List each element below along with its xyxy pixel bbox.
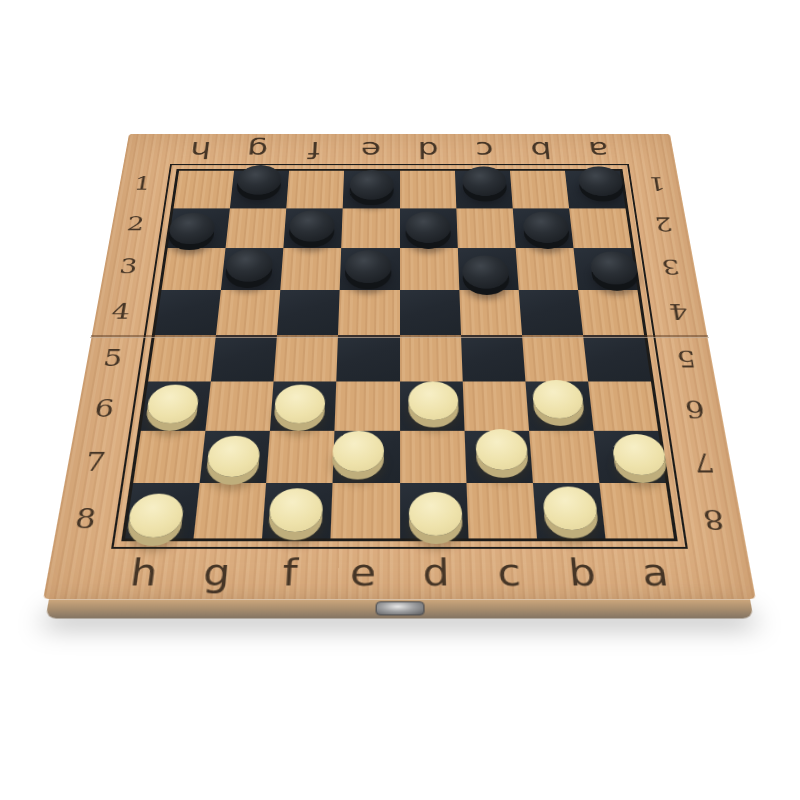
square-f2[interactable]: [284, 209, 343, 249]
square-b4[interactable]: [519, 290, 583, 334]
square-b6[interactable]: [525, 381, 593, 430]
square-e8[interactable]: [331, 483, 400, 539]
piece-black-f2[interactable]: [288, 210, 335, 241]
square-b7[interactable]: [529, 431, 599, 483]
square-d2[interactable]: [400, 209, 458, 249]
square-a2[interactable]: [569, 209, 631, 249]
piece-black-b2[interactable]: [523, 211, 571, 242]
file-label-far-h: h: [170, 136, 230, 163]
piece-white-h8[interactable]: [126, 494, 185, 538]
rank-label-right-6: 6: [667, 383, 724, 435]
square-e1[interactable]: [343, 171, 400, 209]
file-label-far-d: d: [400, 136, 457, 163]
rank-label-left-3: 3: [102, 245, 154, 289]
file-label-near-f: f: [252, 549, 328, 598]
square-g6[interactable]: [206, 381, 274, 430]
file-labels-far: hgfedcba: [170, 136, 628, 163]
piece-black-g1[interactable]: [236, 165, 282, 194]
rank-label-left-2: 2: [110, 203, 160, 244]
square-f8[interactable]: [262, 483, 333, 539]
piece-black-c1[interactable]: [462, 166, 507, 195]
square-b8[interactable]: [533, 483, 606, 539]
square-c2[interactable]: [456, 209, 515, 249]
piece-white-h6[interactable]: [145, 385, 200, 424]
square-e2[interactable]: [342, 209, 400, 249]
file-label-far-b: b: [512, 136, 571, 163]
square-a3[interactable]: [573, 248, 637, 290]
clasp-latch-icon: [375, 601, 424, 615]
square-g4[interactable]: [216, 290, 280, 334]
rank-label-left-8: 8: [55, 490, 116, 549]
square-d5[interactable]: [400, 335, 463, 382]
board: hgfedcba hgfedcba 12345678 12345678: [43, 134, 756, 600]
square-g1[interactable]: [230, 171, 289, 209]
square-b2[interactable]: [513, 209, 574, 249]
piece-black-e3[interactable]: [345, 250, 392, 283]
rank-label-right-3: 3: [645, 245, 697, 289]
piece-black-e1[interactable]: [349, 170, 393, 200]
piece-white-f6[interactable]: [273, 385, 325, 424]
square-a4[interactable]: [578, 290, 644, 334]
file-label-near-h: h: [104, 549, 184, 598]
file-label-near-g: g: [178, 549, 256, 598]
board-side-edge: [45, 599, 753, 618]
square-c4[interactable]: [459, 290, 522, 334]
square-a7[interactable]: [593, 431, 665, 483]
checkers-grid: [125, 171, 674, 539]
square-h4[interactable]: [155, 290, 221, 334]
board-top-face: hgfedcba hgfedcba 12345678 12345678: [43, 134, 756, 600]
piece-white-b8[interactable]: [542, 487, 599, 531]
square-g8[interactable]: [194, 483, 267, 539]
rank-label-left-6: 6: [76, 383, 133, 435]
square-b3[interactable]: [515, 248, 578, 290]
piece-black-h2[interactable]: [167, 213, 216, 244]
square-h7[interactable]: [133, 431, 205, 483]
piece-white-g7[interactable]: [205, 436, 260, 477]
square-d4[interactable]: [400, 290, 461, 334]
square-b1[interactable]: [510, 171, 569, 209]
rank-label-left-4: 4: [94, 288, 147, 334]
piece-black-g3[interactable]: [224, 249, 273, 282]
file-label-far-f: f: [285, 136, 343, 163]
playing-area-border: [111, 164, 688, 549]
piece-white-b6[interactable]: [532, 380, 585, 418]
square-e5[interactable]: [337, 335, 400, 382]
square-h5[interactable]: [148, 335, 216, 382]
square-g2[interactable]: [226, 209, 287, 249]
square-h8[interactable]: [125, 483, 200, 539]
product-photo-scene: hgfedcba hgfedcba 12345678 12345678: [92, 27, 707, 642]
file-label-far-c: c: [456, 136, 514, 163]
board-fold-seam: [90, 335, 708, 338]
piece-white-f8[interactable]: [268, 489, 324, 533]
piece-black-a1[interactable]: [577, 166, 624, 195]
square-c1[interactable]: [455, 171, 513, 209]
piece-black-c3[interactable]: [462, 255, 510, 288]
piece-black-d2[interactable]: [406, 211, 451, 242]
file-label-near-a: a: [616, 549, 696, 598]
square-d3[interactable]: [400, 248, 460, 290]
rank-label-right-5: 5: [659, 335, 714, 384]
square-c6[interactable]: [462, 381, 528, 430]
square-f1[interactable]: [286, 171, 344, 209]
rank-label-left-5: 5: [85, 335, 140, 384]
file-label-near-c: c: [472, 549, 548, 598]
square-g5[interactable]: [211, 335, 277, 382]
square-c5[interactable]: [461, 335, 526, 382]
square-c8[interactable]: [466, 483, 537, 539]
rank-label-left-1: 1: [118, 164, 166, 203]
piece-white-c7[interactable]: [475, 429, 529, 470]
square-a6[interactable]: [588, 381, 658, 430]
piece-white-e7[interactable]: [332, 431, 384, 472]
playing-area-inner-border: [121, 169, 677, 541]
square-g3[interactable]: [221, 248, 284, 290]
file-label-far-a: a: [568, 136, 628, 163]
square-g7[interactable]: [200, 431, 270, 483]
piece-white-a7[interactable]: [611, 434, 668, 475]
square-h2[interactable]: [168, 209, 230, 249]
square-e4[interactable]: [338, 290, 399, 334]
square-f4[interactable]: [277, 290, 340, 334]
file-label-far-g: g: [228, 136, 287, 163]
square-c3[interactable]: [457, 248, 518, 290]
square-h1[interactable]: [173, 171, 234, 209]
square-c7[interactable]: [464, 431, 532, 483]
square-h3[interactable]: [161, 248, 225, 290]
square-f6[interactable]: [270, 381, 336, 430]
square-f5[interactable]: [274, 335, 339, 382]
square-e7[interactable]: [333, 431, 400, 483]
piece-black-a3[interactable]: [589, 251, 639, 284]
square-a1[interactable]: [565, 171, 626, 209]
square-f3[interactable]: [280, 248, 341, 290]
rank-label-right-7: 7: [675, 435, 734, 490]
piece-white-d8[interactable]: [409, 492, 463, 536]
file-label-near-b: b: [544, 549, 622, 598]
square-d6[interactable]: [400, 381, 465, 430]
square-h6[interactable]: [141, 381, 211, 430]
rank-label-right-8: 8: [683, 490, 744, 549]
square-a5[interactable]: [583, 335, 651, 382]
file-label-near-d: d: [400, 549, 474, 598]
square-e6[interactable]: [335, 381, 400, 430]
square-e3[interactable]: [340, 248, 400, 290]
square-b5[interactable]: [522, 335, 588, 382]
rank-label-right-1: 1: [632, 164, 680, 203]
file-label-far-e: e: [342, 136, 399, 163]
square-f7[interactable]: [266, 431, 334, 483]
piece-white-d6[interactable]: [408, 382, 459, 421]
file-labels-near: hgfedcba: [104, 549, 696, 598]
square-d8[interactable]: [400, 483, 469, 539]
square-d1[interactable]: [400, 171, 457, 209]
square-a8[interactable]: [599, 483, 674, 539]
rank-label-right-2: 2: [639, 203, 689, 244]
rank-label-left-7: 7: [65, 435, 124, 490]
file-label-near-e: e: [326, 549, 400, 598]
square-d7[interactable]: [400, 431, 467, 483]
rank-label-right-4: 4: [652, 288, 705, 334]
